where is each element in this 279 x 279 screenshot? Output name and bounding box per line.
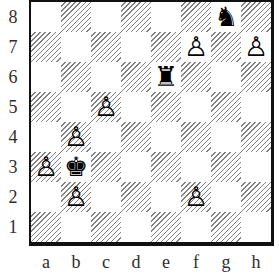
- file-label-c: c: [91, 248, 121, 276]
- square-g6[interactable]: [211, 62, 241, 92]
- rank-label-7: 7: [0, 32, 26, 62]
- square-d3[interactable]: [121, 152, 151, 182]
- square-a3[interactable]: ♙: [31, 152, 61, 182]
- square-d4[interactable]: [121, 122, 151, 152]
- piece-white-pawn[interactable]: ♙: [94, 92, 118, 122]
- square-e5[interactable]: [151, 92, 181, 122]
- square-a2[interactable]: [31, 182, 61, 212]
- square-g8[interactable]: ♞: [211, 2, 241, 32]
- square-b6[interactable]: [61, 62, 91, 92]
- square-d8[interactable]: [121, 2, 151, 32]
- square-g3[interactable]: [211, 152, 241, 182]
- square-e4[interactable]: [151, 122, 181, 152]
- piece-white-pawn[interactable]: ♙: [184, 32, 208, 62]
- file-labels: abcdefgh: [31, 248, 271, 276]
- square-c8[interactable]: [91, 2, 121, 32]
- square-d1[interactable]: [121, 212, 151, 242]
- square-a7[interactable]: [31, 32, 61, 62]
- square-f5[interactable]: [181, 92, 211, 122]
- square-e1[interactable]: [151, 212, 181, 242]
- square-d5[interactable]: [121, 92, 151, 122]
- piece-white-pawn[interactable]: ♙: [184, 182, 208, 212]
- square-g7[interactable]: [211, 32, 241, 62]
- square-c1[interactable]: [91, 212, 121, 242]
- file-label-d: d: [121, 248, 151, 276]
- chess-board: ♞♙♙♜♙♙♙♚♙♙: [29, 0, 274, 246]
- square-c2[interactable]: [91, 182, 121, 212]
- square-f8[interactable]: [181, 2, 211, 32]
- square-h6[interactable]: [241, 62, 271, 92]
- square-a6[interactable]: [31, 62, 61, 92]
- piece-white-pawn[interactable]: ♙: [64, 182, 88, 212]
- piece-white-pawn[interactable]: ♙: [64, 122, 88, 152]
- square-c3[interactable]: [91, 152, 121, 182]
- square-h4[interactable]: [241, 122, 271, 152]
- square-b4[interactable]: ♙: [61, 122, 91, 152]
- square-h7[interactable]: ♙: [241, 32, 271, 62]
- file-label-f: f: [181, 248, 211, 276]
- square-c4[interactable]: [91, 122, 121, 152]
- piece-black-king[interactable]: ♚: [64, 152, 88, 182]
- rank-label-4: 4: [0, 122, 26, 152]
- rank-label-8: 8: [0, 2, 26, 32]
- chess-diagram: 87654321 ♞♙♙♜♙♙♙♚♙♙ abcdefgh: [0, 0, 279, 279]
- square-h3[interactable]: [241, 152, 271, 182]
- square-h1[interactable]: [241, 212, 271, 242]
- square-f2[interactable]: ♙: [181, 182, 211, 212]
- square-h2[interactable]: [241, 182, 271, 212]
- piece-white-pawn[interactable]: ♙: [244, 32, 268, 62]
- square-b1[interactable]: [61, 212, 91, 242]
- square-g5[interactable]: [211, 92, 241, 122]
- square-h5[interactable]: [241, 92, 271, 122]
- rank-label-3: 3: [0, 152, 26, 182]
- square-h8[interactable]: [241, 2, 271, 32]
- file-label-h: h: [241, 248, 271, 276]
- square-a4[interactable]: [31, 122, 61, 152]
- square-f4[interactable]: [181, 122, 211, 152]
- rank-label-5: 5: [0, 92, 26, 122]
- square-d7[interactable]: [121, 32, 151, 62]
- file-label-g: g: [211, 248, 241, 276]
- square-g1[interactable]: [211, 212, 241, 242]
- file-label-e: e: [151, 248, 181, 276]
- piece-white-pawn[interactable]: ♙: [34, 152, 58, 182]
- square-f3[interactable]: [181, 152, 211, 182]
- square-b8[interactable]: [61, 2, 91, 32]
- square-e6[interactable]: ♜: [151, 62, 181, 92]
- square-f7[interactable]: ♙: [181, 32, 211, 62]
- square-d6[interactable]: [121, 62, 151, 92]
- square-a1[interactable]: [31, 212, 61, 242]
- file-label-b: b: [61, 248, 91, 276]
- square-b3[interactable]: ♚: [61, 152, 91, 182]
- rank-label-6: 6: [0, 62, 26, 92]
- square-b7[interactable]: [61, 32, 91, 62]
- rank-label-2: 2: [0, 182, 26, 212]
- square-g2[interactable]: [211, 182, 241, 212]
- rank-label-1: 1: [0, 212, 26, 242]
- square-e8[interactable]: [151, 2, 181, 32]
- square-d2[interactable]: [121, 182, 151, 212]
- square-e2[interactable]: [151, 182, 181, 212]
- square-c5[interactable]: ♙: [91, 92, 121, 122]
- square-b5[interactable]: [61, 92, 91, 122]
- rank-labels: 87654321: [0, 2, 26, 242]
- square-g4[interactable]: [211, 122, 241, 152]
- square-b2[interactable]: ♙: [61, 182, 91, 212]
- square-a5[interactable]: [31, 92, 61, 122]
- square-e7[interactable]: [151, 32, 181, 62]
- square-c6[interactable]: [91, 62, 121, 92]
- square-c7[interactable]: [91, 32, 121, 62]
- square-e3[interactable]: [151, 152, 181, 182]
- square-a8[interactable]: [31, 2, 61, 32]
- square-f6[interactable]: [181, 62, 211, 92]
- piece-black-knight[interactable]: ♞: [214, 2, 238, 32]
- piece-black-rook[interactable]: ♜: [154, 62, 178, 92]
- square-f1[interactable]: [181, 212, 211, 242]
- file-label-a: a: [31, 248, 61, 276]
